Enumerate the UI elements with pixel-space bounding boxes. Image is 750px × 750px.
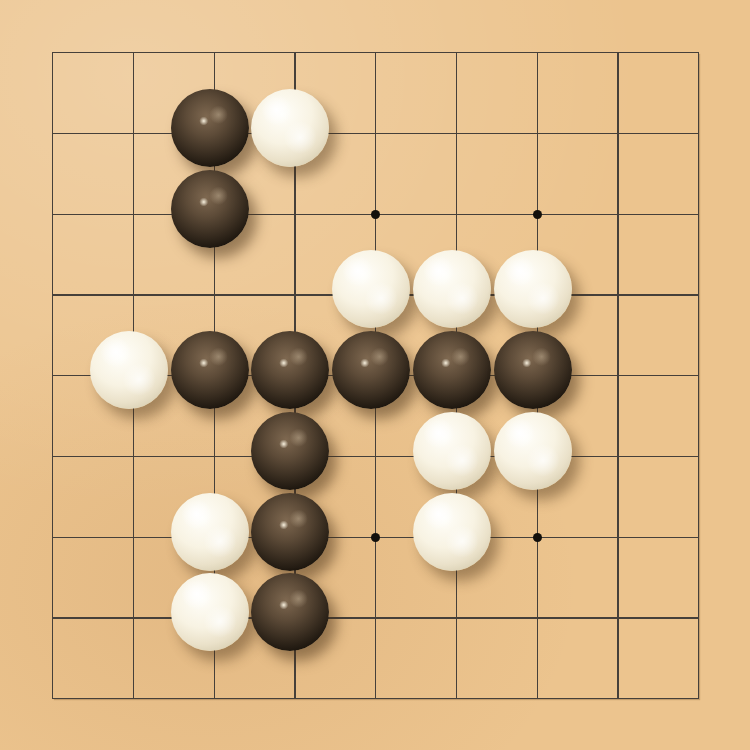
black-stone (413, 331, 491, 409)
black-stone (171, 170, 249, 248)
white-stone (494, 412, 572, 490)
white-stone (171, 573, 249, 651)
black-stone (251, 412, 329, 490)
white-stone (251, 89, 329, 167)
white-stone (90, 331, 168, 409)
black-stone (332, 331, 410, 409)
white-stone (413, 250, 491, 328)
black-stone (494, 331, 572, 409)
black-stone (251, 331, 329, 409)
black-stone (251, 573, 329, 651)
white-stone (494, 250, 572, 328)
white-stone (413, 493, 491, 571)
black-stone (251, 493, 329, 571)
go-board[interactable] (0, 0, 750, 750)
black-stone (171, 89, 249, 167)
white-stone (171, 493, 249, 571)
white-stone (413, 412, 491, 490)
black-stone (171, 331, 249, 409)
white-stone (332, 250, 410, 328)
stones-layer (0, 0, 750, 750)
